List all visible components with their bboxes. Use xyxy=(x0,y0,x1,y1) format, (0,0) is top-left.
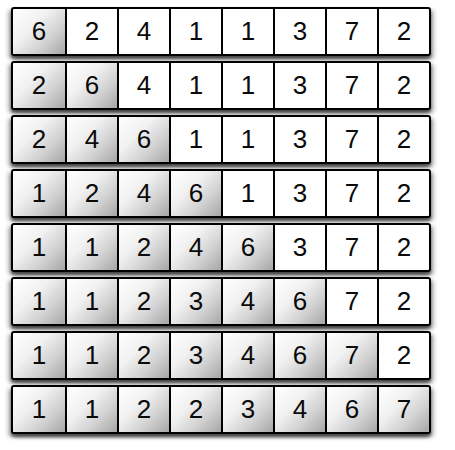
grid-cell: 4 xyxy=(221,279,273,324)
grid-cell: 2 xyxy=(377,171,429,216)
grid-cell: 7 xyxy=(377,387,429,432)
grid-cell: 4 xyxy=(117,9,169,54)
grid-cell: 4 xyxy=(273,387,325,432)
grid-cell: 3 xyxy=(273,9,325,54)
grid-cell: 7 xyxy=(325,63,377,108)
grid-cell: 3 xyxy=(273,171,325,216)
grid-cell: 4 xyxy=(169,225,221,270)
grid-cell: 4 xyxy=(117,63,169,108)
grid-row: 11223467 xyxy=(11,385,431,434)
grid-row: 24611372 xyxy=(11,115,431,164)
grid-cell: 1 xyxy=(65,279,117,324)
grid-cell: 2 xyxy=(65,171,117,216)
grid-cell: 2 xyxy=(169,387,221,432)
grid-cell: 2 xyxy=(377,333,429,378)
grid-cell: 1 xyxy=(169,117,221,162)
grid-row: 12461372 xyxy=(11,169,431,218)
grid-cell: 2 xyxy=(377,279,429,324)
grid-cell: 4 xyxy=(65,117,117,162)
grid-cell: 7 xyxy=(325,333,377,378)
grid-cell: 6 xyxy=(169,171,221,216)
grid-cell: 3 xyxy=(169,333,221,378)
grid-cell: 7 xyxy=(325,117,377,162)
grid-cell: 4 xyxy=(221,333,273,378)
grid-cell: 3 xyxy=(273,225,325,270)
grid-cell: 1 xyxy=(221,171,273,216)
grid-row: 11234672 xyxy=(11,331,431,380)
grid-cell: 6 xyxy=(325,387,377,432)
grid-cell: 1 xyxy=(221,63,273,108)
grid-cell: 4 xyxy=(117,171,169,216)
grid-row: 62411372 xyxy=(11,7,431,56)
grid-cell: 2 xyxy=(377,9,429,54)
grid-cell: 1 xyxy=(13,171,65,216)
grid-cell: 2 xyxy=(117,333,169,378)
grid-cell: 2 xyxy=(377,225,429,270)
grid-cell: 6 xyxy=(221,225,273,270)
grid-cell: 6 xyxy=(117,117,169,162)
grid-cell: 1 xyxy=(65,333,117,378)
grid-row: 11234672 xyxy=(11,277,431,326)
grid-cell: 2 xyxy=(117,279,169,324)
grid-cell: 6 xyxy=(65,63,117,108)
grid-cell: 2 xyxy=(13,117,65,162)
grid-cell: 2 xyxy=(13,63,65,108)
grid-cell: 1 xyxy=(169,63,221,108)
grid-cell: 1 xyxy=(221,117,273,162)
grid-cell: 3 xyxy=(273,63,325,108)
grid-cell: 7 xyxy=(325,9,377,54)
grid-cell: 1 xyxy=(13,333,65,378)
grid-cell: 7 xyxy=(325,171,377,216)
grid-cell: 3 xyxy=(221,387,273,432)
grid-cell: 7 xyxy=(325,279,377,324)
grid-cell: 1 xyxy=(221,9,273,54)
grid-cell: 3 xyxy=(169,279,221,324)
grid-row: 11246372 xyxy=(11,223,431,272)
grid-cell: 2 xyxy=(65,9,117,54)
grid-cell: 1 xyxy=(65,387,117,432)
grid-cell: 6 xyxy=(273,279,325,324)
grid-cell: 1 xyxy=(13,279,65,324)
grid-cell: 2 xyxy=(117,225,169,270)
grid-cell: 7 xyxy=(325,225,377,270)
grid-cell: 3 xyxy=(273,117,325,162)
grid-cell: 2 xyxy=(117,387,169,432)
grid-cell: 2 xyxy=(377,117,429,162)
grid-cell: 1 xyxy=(65,225,117,270)
sort-grid: 6241137226411372246113721246137211246372… xyxy=(11,7,431,434)
grid-cell: 1 xyxy=(13,225,65,270)
grid-cell: 6 xyxy=(273,333,325,378)
grid-row: 26411372 xyxy=(11,61,431,110)
grid-cell: 6 xyxy=(13,9,65,54)
grid-cell: 1 xyxy=(169,9,221,54)
grid-cell: 2 xyxy=(377,63,429,108)
grid-cell: 1 xyxy=(13,387,65,432)
